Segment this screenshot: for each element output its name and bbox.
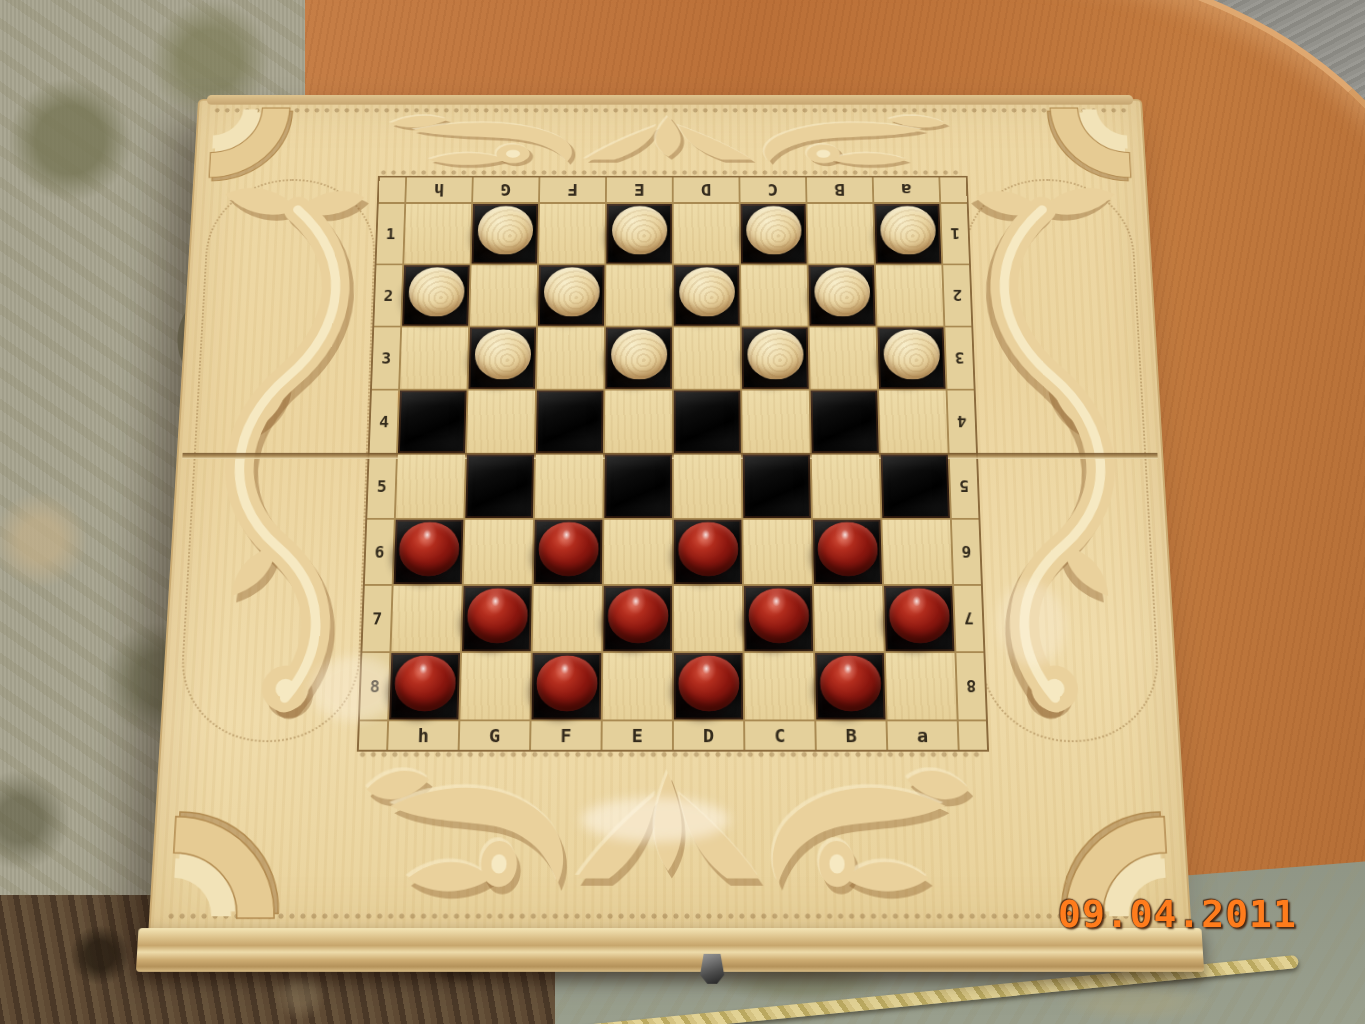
- square-b4[interactable]: [811, 391, 879, 453]
- square-h3[interactable]: [400, 327, 468, 388]
- square-h2[interactable]: [402, 265, 470, 325]
- coord-corner-br: [959, 721, 987, 749]
- varnish-reflection: [581, 797, 729, 841]
- square-b8[interactable]: [815, 653, 885, 719]
- piece-red-a7[interactable]: [888, 588, 950, 643]
- board-carved-face: hGFEDCBa1122334455667788hGFEDCBa: [148, 99, 1192, 936]
- square-g5[interactable]: [465, 455, 534, 518]
- square-d6[interactable]: [674, 520, 742, 584]
- square-h6[interactable]: [394, 520, 464, 584]
- square-d3[interactable]: [674, 327, 741, 388]
- piece-red-f8[interactable]: [536, 655, 598, 711]
- square-f7[interactable]: [533, 586, 602, 651]
- piece-red-e7[interactable]: [607, 588, 668, 643]
- coord-corner-bl: [359, 721, 387, 749]
- square-d8[interactable]: [674, 653, 743, 719]
- square-f4[interactable]: [536, 391, 604, 453]
- square-c4[interactable]: [742, 391, 810, 453]
- file-label-top-h: h: [406, 178, 472, 203]
- file-label-top-d: D: [674, 178, 739, 203]
- square-h5[interactable]: [396, 455, 465, 518]
- file-label-top-g: G: [473, 178, 538, 203]
- square-a6[interactable]: [882, 520, 952, 584]
- rank-label-right-6: 6: [952, 520, 981, 584]
- square-g8[interactable]: [460, 653, 530, 719]
- rank-label-left-1: 1: [377, 204, 405, 264]
- file-label-bottom-h: h: [388, 721, 458, 749]
- square-g2[interactable]: [470, 265, 537, 325]
- square-b6[interactable]: [813, 520, 882, 584]
- square-a2[interactable]: [876, 265, 944, 325]
- rank-label-left-6: 6: [365, 520, 394, 584]
- rank-label-left-2: 2: [374, 265, 402, 325]
- rank-label-right-3: 3: [945, 327, 973, 388]
- piece-white-e1[interactable]: [611, 206, 666, 255]
- piece-white-c1[interactable]: [746, 206, 802, 255]
- file-label-top-f: F: [540, 178, 605, 203]
- corner-fan-carving: [206, 105, 297, 184]
- checkers-board: hGFEDCBa1122334455667788hGFEDCBa: [146, 99, 1195, 976]
- square-g7[interactable]: [462, 586, 532, 651]
- square-f2[interactable]: [538, 265, 605, 325]
- square-f5[interactable]: [535, 455, 603, 518]
- file-label-bottom-a: a: [887, 721, 957, 749]
- square-g1[interactable]: [472, 204, 539, 264]
- piece-red-d6[interactable]: [678, 521, 738, 575]
- board-grid: hGFEDCBa1122334455667788hGFEDCBa: [357, 176, 989, 752]
- square-a5[interactable]: [881, 455, 950, 518]
- rank-label-right-1: 1: [941, 204, 969, 264]
- piece-white-d2[interactable]: [679, 267, 735, 316]
- file-label-bottom-g: G: [460, 721, 530, 749]
- piece-red-f6[interactable]: [538, 521, 599, 575]
- square-d7[interactable]: [674, 586, 743, 651]
- piece-white-g3[interactable]: [474, 329, 531, 379]
- file-label-top-c: C: [740, 178, 805, 203]
- piece-white-f2[interactable]: [543, 267, 599, 316]
- square-g6[interactable]: [464, 520, 533, 584]
- bead-trim: [167, 912, 1173, 920]
- piece-white-a1[interactable]: [879, 206, 936, 255]
- rank-label-left-7: 7: [362, 586, 391, 651]
- square-b2[interactable]: [808, 265, 875, 325]
- board-base-molding: [136, 928, 1204, 972]
- file-label-bottom-e: E: [602, 721, 671, 749]
- rank-label-left-4: 4: [370, 391, 399, 453]
- corner-fan-carving: [161, 807, 294, 922]
- rank-label-right-7: 7: [954, 586, 983, 651]
- piece-white-e3[interactable]: [611, 329, 667, 379]
- square-b7[interactable]: [814, 586, 884, 651]
- square-f8[interactable]: [532, 653, 602, 719]
- file-label-bottom-d: D: [674, 721, 743, 749]
- square-c5[interactable]: [743, 455, 811, 518]
- square-g3[interactable]: [468, 327, 536, 388]
- piece-red-d8[interactable]: [678, 655, 739, 711]
- rank-label-right-5: 5: [950, 455, 979, 518]
- square-e8[interactable]: [603, 653, 672, 719]
- square-h1[interactable]: [404, 204, 471, 264]
- square-a4[interactable]: [879, 391, 948, 453]
- square-d5[interactable]: [674, 455, 742, 518]
- square-d4[interactable]: [674, 391, 741, 453]
- square-f1[interactable]: [539, 204, 605, 264]
- square-e2[interactable]: [606, 265, 672, 325]
- camera-date-stamp: 09.04.2011: [1058, 892, 1297, 936]
- square-h8[interactable]: [389, 653, 460, 719]
- file-label-top-b: B: [807, 178, 872, 203]
- square-a3[interactable]: [877, 327, 945, 388]
- piece-white-g1[interactable]: [477, 206, 533, 255]
- rank-label-left-3: 3: [372, 327, 400, 388]
- square-h4[interactable]: [398, 391, 467, 453]
- piece-white-c3[interactable]: [747, 329, 804, 379]
- square-e5[interactable]: [604, 455, 672, 518]
- file-label-bottom-c: C: [745, 721, 815, 749]
- carved-acanthus-panel-right: [962, 179, 1163, 742]
- piece-red-g7[interactable]: [466, 588, 528, 643]
- square-e6[interactable]: [604, 520, 672, 584]
- square-b3[interactable]: [810, 327, 878, 388]
- piece-white-b2[interactable]: [814, 267, 871, 316]
- square-g4[interactable]: [467, 391, 535, 453]
- square-c3[interactable]: [742, 327, 809, 388]
- square-b5[interactable]: [812, 455, 881, 518]
- carved-scroll-frieze-top: [380, 109, 957, 173]
- square-h7[interactable]: [391, 586, 461, 651]
- coord-corner-tr: [940, 178, 966, 203]
- square-c6[interactable]: [743, 520, 812, 584]
- piece-red-b6[interactable]: [817, 521, 878, 575]
- rank-label-right-2: 2: [943, 265, 971, 325]
- square-f3[interactable]: [537, 327, 604, 388]
- square-a7[interactable]: [884, 586, 954, 651]
- square-e7[interactable]: [603, 586, 672, 651]
- square-d1[interactable]: [674, 204, 740, 264]
- square-a1[interactable]: [874, 204, 941, 264]
- square-b1[interactable]: [807, 204, 874, 264]
- piece-red-b8[interactable]: [819, 655, 881, 711]
- piece-white-h2[interactable]: [408, 267, 465, 316]
- board-box-edge: [207, 95, 1133, 105]
- piece-red-h6[interactable]: [398, 521, 460, 575]
- playing-field: hGFEDCBa1122334455667788hGFEDCBa: [357, 176, 989, 752]
- file-label-bottom-f: F: [531, 721, 601, 749]
- file-label-top-a: a: [874, 178, 940, 203]
- square-e1[interactable]: [606, 204, 672, 264]
- square-c8[interactable]: [744, 653, 814, 719]
- square-c1[interactable]: [741, 204, 807, 264]
- file-label-top-e: E: [607, 178, 672, 203]
- square-f6[interactable]: [534, 520, 603, 584]
- file-label-bottom-b: B: [816, 721, 886, 749]
- coord-corner-tl: [379, 178, 405, 203]
- piece-red-c7[interactable]: [748, 588, 809, 643]
- square-a8[interactable]: [886, 653, 957, 719]
- square-d2[interactable]: [674, 265, 740, 325]
- piece-white-a3[interactable]: [883, 329, 940, 379]
- square-e3[interactable]: [605, 327, 672, 388]
- rank-label-right-8: 8: [956, 653, 986, 719]
- square-e4[interactable]: [605, 391, 672, 453]
- piece-red-h8[interactable]: [393, 655, 456, 711]
- rank-label-right-4: 4: [947, 391, 976, 453]
- square-c7[interactable]: [744, 586, 813, 651]
- square-c2[interactable]: [741, 265, 808, 325]
- corner-fan-carving: [1043, 105, 1134, 184]
- rank-label-left-5: 5: [367, 455, 396, 518]
